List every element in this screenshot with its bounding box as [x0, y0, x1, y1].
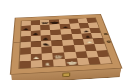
chess-board-grid: ♛♚♟♟♟♟♟♝♞♟♟♛♝♚ — [18, 17, 113, 69]
hinge-icon — [104, 33, 109, 35]
square-a1[interactable] — [20, 61, 31, 69]
white-king-e1[interactable]: ♚ — [66, 61, 79, 65]
black-king-d8[interactable]: ♚ — [49, 22, 59, 25]
square-h1[interactable] — [99, 56, 112, 63]
chess-board: ♛♚♟♟♟♟♟♝♞♟♟♛♝♚ — [10, 14, 123, 75]
square-d1[interactable] — [53, 59, 66, 67]
square-d8[interactable]: ♚ — [49, 19, 60, 24]
black-pawn-a7[interactable]: ♟ — [23, 28, 30, 31]
square-b6[interactable]: ♟ — [31, 30, 41, 36]
black-pawn-e7[interactable]: ♟ — [62, 26, 69, 29]
photo-background: { "game": "chess", "scene": { "descripti… — [0, 0, 125, 80]
square-c1[interactable]: ♝ — [42, 59, 54, 67]
black-bishop-g5[interactable]: ♝ — [83, 35, 92, 38]
board-front-edge — [11, 68, 121, 80]
square-c8[interactable]: ♛ — [40, 20, 50, 25]
white-bishop-c1[interactable]: ♝ — [43, 62, 53, 66]
black-pawn-b6[interactable]: ♟ — [32, 32, 39, 35]
black-pawn-c5[interactable]: ♟ — [42, 37, 49, 40]
black-pawn-g6[interactable]: ♟ — [82, 30, 89, 33]
square-b1[interactable] — [31, 60, 42, 68]
black-queen-c8[interactable]: ♛ — [40, 22, 50, 25]
clasp-icon — [62, 72, 70, 77]
